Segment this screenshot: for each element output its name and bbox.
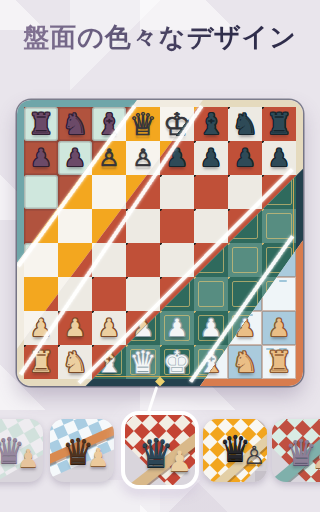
square-h1[interactable]: ♜: [262, 345, 296, 379]
square-d4[interactable]: [126, 243, 160, 277]
white-queen: ♛: [126, 345, 160, 379]
pawn-piece-icon: ♟: [312, 447, 320, 472]
black-pawn: ♟: [228, 141, 262, 175]
square-e5[interactable]: [160, 209, 194, 243]
square-e2[interactable]: ♟: [160, 311, 194, 345]
square-c3[interactable]: [92, 277, 126, 311]
square-g8[interactable]: ♞: [228, 107, 262, 141]
square-f3[interactable]: [194, 277, 228, 311]
pawn-piece-icon: ♟: [167, 448, 192, 476]
square-g1[interactable]: ♞: [228, 345, 262, 379]
theme-thumbnail-teal-diamond[interactable]: ♛ ♟: [272, 419, 320, 482]
black-rook: ♜: [24, 107, 58, 141]
white-pawn: ♟: [262, 311, 296, 345]
black-pawn: ♟: [24, 141, 58, 175]
black-knight: ♞: [228, 107, 262, 141]
square-c6[interactable]: [92, 175, 126, 209]
square-a6[interactable]: [24, 175, 58, 209]
square-g4[interactable]: [228, 243, 262, 277]
pawn-piece-icon: ♟: [17, 446, 39, 471]
black-rook: ♜: [262, 107, 296, 141]
app-screen: 盤面の色々なデザイン ♜♞♝♛♚♝♞♜♟♟♟♟♟♟♟♟♟♟♟♟♟♟♟♟♜♞♝♛♚…: [0, 0, 320, 512]
theme-thumbnail-classic-gray[interactable]: ♛ ♟: [0, 419, 43, 482]
square-d1[interactable]: ♛: [126, 345, 160, 379]
theme-thumbnail-sketch-yellow[interactable]: ♛ ♙: [203, 419, 267, 482]
square-b8[interactable]: ♞: [58, 107, 92, 141]
pawn-piece-icon: ♙: [243, 443, 265, 468]
square-e1[interactable]: ♚: [160, 345, 194, 379]
theme-split-connector-line: [147, 386, 159, 414]
white-pawn: ♟: [58, 311, 92, 345]
square-g7[interactable]: ♟: [228, 141, 262, 175]
square-a8[interactable]: ♜: [24, 107, 58, 141]
theme-thumbnail-wooden-blue[interactable]: ♛ ♟: [50, 419, 114, 482]
theme-thumbnail-red-diamond-selected[interactable]: ♛ ♟: [121, 411, 199, 489]
white-rook: ♜: [262, 345, 296, 379]
square-f7[interactable]: ♟: [194, 141, 228, 175]
black-pawn: ♟: [194, 141, 228, 175]
page-title: 盤面の色々なデザイン: [0, 20, 320, 55]
chess-board-preview[interactable]: ♜♞♝♛♚♝♞♜♟♟♟♟♟♟♟♟♟♟♟♟♟♟♟♟♜♞♝♛♚♝♞♜♖♘♗♕♔♗♘♖…: [17, 100, 303, 386]
white-knight: ♞: [228, 345, 262, 379]
pawn-piece-icon: ♟: [87, 445, 109, 470]
black-knight: ♞: [58, 107, 92, 141]
white-pawn: ♟: [194, 311, 228, 345]
square-f2[interactable]: ♟: [194, 311, 228, 345]
square-h8[interactable]: ♜: [262, 107, 296, 141]
white-king: ♚: [160, 345, 194, 379]
square-a7[interactable]: ♟: [24, 141, 58, 175]
square-h2[interactable]: ♟: [262, 311, 296, 345]
square-b2[interactable]: ♟: [58, 311, 92, 345]
white-pawn: ♟: [160, 311, 194, 345]
square-e6[interactable]: [160, 175, 194, 209]
square-b5[interactable]: [58, 209, 92, 243]
square-f6[interactable]: [194, 175, 228, 209]
